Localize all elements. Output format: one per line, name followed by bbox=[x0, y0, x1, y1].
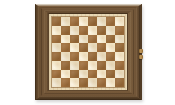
frame-rail-top bbox=[35, 4, 142, 14]
square-g2[interactable] bbox=[106, 70, 115, 79]
square-f8[interactable] bbox=[97, 17, 106, 26]
square-d4[interactable] bbox=[79, 52, 88, 61]
square-b8[interactable] bbox=[61, 17, 70, 26]
chess-board bbox=[35, 4, 142, 100]
square-d6[interactable] bbox=[79, 35, 88, 44]
square-h3[interactable] bbox=[115, 61, 124, 70]
square-e7[interactable] bbox=[88, 26, 97, 35]
square-e2[interactable] bbox=[88, 70, 97, 79]
square-h2[interactable] bbox=[115, 70, 124, 79]
square-a3[interactable] bbox=[52, 61, 61, 70]
square-b1[interactable] bbox=[61, 78, 70, 87]
square-f1[interactable] bbox=[97, 78, 106, 87]
square-c6[interactable] bbox=[70, 35, 79, 44]
clasp-knuckle-bottom bbox=[139, 55, 143, 59]
clasp-knuckle-top bbox=[139, 49, 143, 53]
frame-rail-bottom bbox=[35, 90, 142, 100]
square-b7[interactable] bbox=[61, 26, 70, 35]
square-a6[interactable] bbox=[52, 35, 61, 44]
square-f5[interactable] bbox=[97, 43, 106, 52]
square-d8[interactable] bbox=[79, 17, 88, 26]
square-f6[interactable] bbox=[97, 35, 106, 44]
square-d3[interactable] bbox=[79, 61, 88, 70]
square-c1[interactable] bbox=[70, 78, 79, 87]
square-h7[interactable] bbox=[115, 26, 124, 35]
square-h1[interactable] bbox=[115, 78, 124, 87]
square-c5[interactable] bbox=[70, 43, 79, 52]
square-b4[interactable] bbox=[61, 52, 70, 61]
square-a5[interactable] bbox=[52, 43, 61, 52]
square-a1[interactable] bbox=[52, 78, 61, 87]
square-d7[interactable] bbox=[79, 26, 88, 35]
square-c7[interactable] bbox=[70, 26, 79, 35]
square-f7[interactable] bbox=[97, 26, 106, 35]
square-b2[interactable] bbox=[61, 70, 70, 79]
square-e5[interactable] bbox=[88, 43, 97, 52]
frame-rail-left bbox=[35, 4, 49, 100]
board-squares bbox=[52, 17, 124, 87]
square-f2[interactable] bbox=[97, 70, 106, 79]
square-c8[interactable] bbox=[70, 17, 79, 26]
square-g8[interactable] bbox=[106, 17, 115, 26]
square-d2[interactable] bbox=[79, 70, 88, 79]
square-c4[interactable] bbox=[70, 52, 79, 61]
square-g7[interactable] bbox=[106, 26, 115, 35]
square-a4[interactable] bbox=[52, 52, 61, 61]
square-g6[interactable] bbox=[106, 35, 115, 44]
square-h5[interactable] bbox=[115, 43, 124, 52]
square-d1[interactable] bbox=[79, 78, 88, 87]
square-b3[interactable] bbox=[61, 61, 70, 70]
square-h4[interactable] bbox=[115, 52, 124, 61]
square-e3[interactable] bbox=[88, 61, 97, 70]
square-f3[interactable] bbox=[97, 61, 106, 70]
square-c2[interactable] bbox=[70, 70, 79, 79]
square-g4[interactable] bbox=[106, 52, 115, 61]
square-e4[interactable] bbox=[88, 52, 97, 61]
square-e1[interactable] bbox=[88, 78, 97, 87]
square-a8[interactable] bbox=[52, 17, 61, 26]
square-b6[interactable] bbox=[61, 35, 70, 44]
square-e8[interactable] bbox=[88, 17, 97, 26]
brass-clasp-icon bbox=[139, 49, 143, 60]
square-d5[interactable] bbox=[79, 43, 88, 52]
square-h8[interactable] bbox=[115, 17, 124, 26]
square-g1[interactable] bbox=[106, 78, 115, 87]
square-a2[interactable] bbox=[52, 70, 61, 79]
square-b5[interactable] bbox=[61, 43, 70, 52]
square-c3[interactable] bbox=[70, 61, 79, 70]
square-g3[interactable] bbox=[106, 61, 115, 70]
square-g5[interactable] bbox=[106, 43, 115, 52]
square-h6[interactable] bbox=[115, 35, 124, 44]
square-f4[interactable] bbox=[97, 52, 106, 61]
square-a7[interactable] bbox=[52, 26, 61, 35]
photo-background bbox=[0, 0, 175, 105]
square-e6[interactable] bbox=[88, 35, 97, 44]
